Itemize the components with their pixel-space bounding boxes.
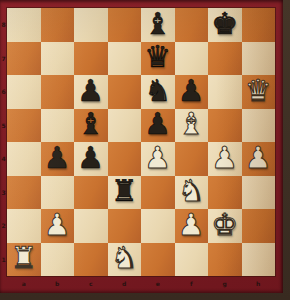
piece-white-king-g2: ♚ — [211, 210, 238, 240]
square-g6 — [208, 75, 242, 109]
piece-black-pawn-b4: ♟ — [44, 143, 71, 173]
rank-label-3: 3 — [0, 176, 7, 210]
square-h4: ♟ — [242, 142, 276, 176]
board-grid: ♝♚♛♟♞♟♛♝♟♝♟♟♟♟♟♜♞♟♟♚♜♞ — [7, 8, 275, 276]
file-label-a: a — [7, 277, 41, 291]
square-a6 — [7, 75, 41, 109]
square-b5 — [41, 109, 75, 143]
file-label-h: h — [242, 277, 276, 291]
square-b1 — [41, 243, 75, 277]
square-f1 — [175, 243, 209, 277]
piece-white-bishop-f5: ♝ — [178, 109, 205, 139]
rank-label-8: 8 — [0, 8, 7, 42]
square-h6: ♛ — [242, 75, 276, 109]
file-label-e: e — [141, 277, 175, 291]
piece-black-pawn-f6: ♟ — [178, 76, 205, 106]
square-h1 — [242, 243, 276, 277]
piece-white-pawn-f2: ♟ — [178, 210, 205, 240]
rank-label-1: 1 — [0, 243, 7, 277]
square-a7 — [7, 42, 41, 76]
piece-white-rook-a1: ♜ — [10, 243, 37, 273]
square-d6 — [108, 75, 142, 109]
square-e8: ♝ — [141, 8, 175, 42]
square-h7 — [242, 42, 276, 76]
square-b4: ♟ — [41, 142, 75, 176]
piece-black-king-g8: ♚ — [211, 9, 238, 39]
square-e4: ♟ — [141, 142, 175, 176]
rank-labels: 87654321 — [0, 8, 7, 276]
square-f3: ♞ — [175, 176, 209, 210]
square-e5: ♟ — [141, 109, 175, 143]
piece-white-knight-f3: ♞ — [178, 176, 205, 206]
square-c2 — [74, 209, 108, 243]
rank-label-7: 7 — [0, 42, 7, 76]
square-e3 — [141, 176, 175, 210]
square-g4: ♟ — [208, 142, 242, 176]
square-a4 — [7, 142, 41, 176]
square-g3 — [208, 176, 242, 210]
rank-label-5: 5 — [0, 109, 7, 143]
square-d7 — [108, 42, 142, 76]
square-d4 — [108, 142, 142, 176]
square-h2 — [242, 209, 276, 243]
file-label-c: c — [74, 277, 108, 291]
piece-black-pawn-c6: ♟ — [77, 76, 104, 106]
piece-black-queen-e7: ♛ — [144, 42, 171, 72]
square-b6 — [41, 75, 75, 109]
square-h8 — [242, 8, 276, 42]
square-d8 — [108, 8, 142, 42]
square-d3: ♜ — [108, 176, 142, 210]
square-h5 — [242, 109, 276, 143]
square-f5: ♝ — [175, 109, 209, 143]
square-c6: ♟ — [74, 75, 108, 109]
square-b2: ♟ — [41, 209, 75, 243]
square-a8 — [7, 8, 41, 42]
square-g7 — [208, 42, 242, 76]
square-e6: ♞ — [141, 75, 175, 109]
file-label-b: b — [41, 277, 75, 291]
piece-white-pawn-b2: ♟ — [44, 210, 71, 240]
piece-white-pawn-g4: ♟ — [211, 143, 238, 173]
piece-black-knight-e6: ♞ — [144, 76, 171, 106]
square-d1: ♞ — [108, 243, 142, 277]
square-c3 — [74, 176, 108, 210]
square-e2 — [141, 209, 175, 243]
square-d5 — [108, 109, 142, 143]
square-g2: ♚ — [208, 209, 242, 243]
square-g5 — [208, 109, 242, 143]
piece-black-bishop-c5: ♝ — [77, 109, 104, 139]
square-a5 — [7, 109, 41, 143]
square-g8: ♚ — [208, 8, 242, 42]
piece-white-pawn-e4: ♟ — [144, 143, 171, 173]
square-c4: ♟ — [74, 142, 108, 176]
piece-white-knight-d1: ♞ — [111, 243, 138, 273]
piece-black-bishop-e8: ♝ — [144, 9, 171, 39]
piece-white-queen-h6: ♛ — [245, 76, 272, 106]
square-f2: ♟ — [175, 209, 209, 243]
file-label-g: g — [208, 277, 242, 291]
piece-black-rook-d3: ♜ — [111, 176, 138, 206]
square-c5: ♝ — [74, 109, 108, 143]
square-b3 — [41, 176, 75, 210]
square-a1: ♜ — [7, 243, 41, 277]
file-label-f: f — [175, 277, 209, 291]
piece-black-pawn-e5: ♟ — [144, 109, 171, 139]
rank-label-6: 6 — [0, 75, 7, 109]
rank-label-4: 4 — [0, 142, 7, 176]
rank-label-2: 2 — [0, 209, 7, 243]
square-a3 — [7, 176, 41, 210]
chess-board-diagram: 87654321 abcdefgh ♝♚♛♟♞♟♛♝♟♝♟♟♟♟♟♜♞♟♟♚♜♞ — [0, 0, 290, 300]
square-f4 — [175, 142, 209, 176]
square-f6: ♟ — [175, 75, 209, 109]
square-d2 — [108, 209, 142, 243]
square-e7: ♛ — [141, 42, 175, 76]
file-label-d: d — [108, 277, 142, 291]
square-b7 — [41, 42, 75, 76]
square-f7 — [175, 42, 209, 76]
square-g1 — [208, 243, 242, 277]
square-h3 — [242, 176, 276, 210]
square-c7 — [74, 42, 108, 76]
piece-black-pawn-c4: ♟ — [77, 143, 104, 173]
square-c1 — [74, 243, 108, 277]
file-labels: abcdefgh — [7, 277, 275, 291]
square-b8 — [41, 8, 75, 42]
square-e1 — [141, 243, 175, 277]
square-a2 — [7, 209, 41, 243]
piece-white-pawn-h4: ♟ — [245, 143, 272, 173]
square-c8 — [74, 8, 108, 42]
square-f8 — [175, 8, 209, 42]
